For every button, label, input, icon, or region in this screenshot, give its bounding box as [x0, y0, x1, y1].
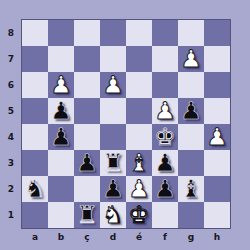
- rank-label-8: 8: [0, 20, 22, 46]
- square-e6[interactable]: [126, 72, 152, 98]
- square-g1[interactable]: [178, 202, 204, 228]
- rank-label-4: 4: [0, 124, 22, 150]
- square-b1[interactable]: [48, 202, 74, 228]
- square-f8[interactable]: [152, 20, 178, 46]
- square-a2[interactable]: ♞: [22, 176, 48, 202]
- black-pawn[interactable]: ♟: [48, 98, 74, 124]
- square-h3[interactable]: [204, 150, 230, 176]
- square-c7[interactable]: [74, 46, 100, 72]
- file-label-ç: ç: [74, 228, 100, 250]
- file-label-d: d: [100, 228, 126, 250]
- square-d3[interactable]: ♜: [100, 150, 126, 176]
- square-d5[interactable]: [100, 98, 126, 124]
- square-f2[interactable]: ♟: [152, 176, 178, 202]
- square-b5[interactable]: ♟: [48, 98, 74, 124]
- rank-label-6: 6: [0, 72, 22, 98]
- square-h5[interactable]: [204, 98, 230, 124]
- square-a6[interactable]: [22, 72, 48, 98]
- file-label-a: a: [22, 228, 48, 250]
- square-f7[interactable]: [152, 46, 178, 72]
- rank-label-2: 2: [0, 176, 22, 202]
- square-h7[interactable]: [204, 46, 230, 72]
- square-g8[interactable]: [178, 20, 204, 46]
- square-a7[interactable]: [22, 46, 48, 72]
- square-b2[interactable]: [48, 176, 74, 202]
- square-h6[interactable]: [204, 72, 230, 98]
- black-pawn[interactable]: ♟: [152, 176, 178, 202]
- black-pawn[interactable]: ♟: [178, 98, 204, 124]
- white-bishop[interactable]: ♝: [126, 150, 152, 176]
- file-label-f: f: [152, 228, 178, 250]
- square-c8[interactable]: [74, 20, 100, 46]
- black-pawn[interactable]: ♟: [152, 150, 178, 176]
- square-e8[interactable]: [126, 20, 152, 46]
- file-label-b: b: [48, 228, 74, 250]
- chess-board-frame: ♟♟♟♟♟♟♟♚♟♟♜♝♟♞♟♟♟♝♜♞♚ 87654321 abçdéfgh: [0, 0, 250, 250]
- white-king[interactable]: ♚: [126, 202, 152, 228]
- square-a3[interactable]: [22, 150, 48, 176]
- square-b8[interactable]: [48, 20, 74, 46]
- black-rook[interactable]: ♜: [74, 202, 100, 228]
- chess-board: ♟♟♟♟♟♟♟♚♟♟♜♝♟♞♟♟♟♝♜♞♚: [22, 20, 230, 228]
- square-g6[interactable]: [178, 72, 204, 98]
- file-label-é: é: [126, 228, 152, 250]
- square-a1[interactable]: [22, 202, 48, 228]
- white-pawn[interactable]: ♟: [48, 72, 74, 98]
- white-pawn[interactable]: ♟: [178, 46, 204, 72]
- square-b4[interactable]: ♟: [48, 124, 74, 150]
- black-knight[interactable]: ♞: [22, 176, 48, 202]
- rank-label-5: 5: [0, 98, 22, 124]
- file-labels: abçdéfgh: [22, 228, 230, 250]
- white-pawn[interactable]: ♟: [204, 124, 230, 150]
- square-h4[interactable]: ♟: [204, 124, 230, 150]
- rank-label-7: 7: [0, 46, 22, 72]
- square-b6[interactable]: ♟: [48, 72, 74, 98]
- square-g5[interactable]: ♟: [178, 98, 204, 124]
- white-knight[interactable]: ♞: [100, 202, 126, 228]
- square-e1[interactable]: ♚: [126, 202, 152, 228]
- black-pawn[interactable]: ♟: [74, 150, 100, 176]
- square-h8[interactable]: [204, 20, 230, 46]
- square-e2[interactable]: ♟: [126, 176, 152, 202]
- square-b3[interactable]: [48, 150, 74, 176]
- square-a8[interactable]: [22, 20, 48, 46]
- square-d7[interactable]: [100, 46, 126, 72]
- square-e5[interactable]: [126, 98, 152, 124]
- file-label-h: h: [204, 228, 230, 250]
- square-d6[interactable]: ♟: [100, 72, 126, 98]
- square-c3[interactable]: ♟: [74, 150, 100, 176]
- square-e3[interactable]: ♝: [126, 150, 152, 176]
- square-d8[interactable]: [100, 20, 126, 46]
- square-f4[interactable]: ♚: [152, 124, 178, 150]
- square-f3[interactable]: ♟: [152, 150, 178, 176]
- square-c5[interactable]: [74, 98, 100, 124]
- square-c2[interactable]: [74, 176, 100, 202]
- square-d2[interactable]: ♟: [100, 176, 126, 202]
- square-b7[interactable]: [48, 46, 74, 72]
- rank-label-3: 3: [0, 150, 22, 176]
- black-pawn[interactable]: ♟: [48, 124, 74, 150]
- square-g3[interactable]: [178, 150, 204, 176]
- square-a4[interactable]: [22, 124, 48, 150]
- rank-label-1: 1: [0, 202, 22, 228]
- square-h1[interactable]: [204, 202, 230, 228]
- white-pawn[interactable]: ♟: [126, 176, 152, 202]
- square-c4[interactable]: [74, 124, 100, 150]
- square-h2[interactable]: [204, 176, 230, 202]
- black-rook[interactable]: ♜: [100, 150, 126, 176]
- black-king[interactable]: ♚: [152, 124, 178, 150]
- square-e7[interactable]: [126, 46, 152, 72]
- black-bishop[interactable]: ♝: [178, 176, 204, 202]
- black-pawn[interactable]: ♟: [100, 176, 126, 202]
- square-f6[interactable]: [152, 72, 178, 98]
- white-pawn[interactable]: ♟: [100, 72, 126, 98]
- square-c1[interactable]: ♜: [74, 202, 100, 228]
- square-g7[interactable]: ♟: [178, 46, 204, 72]
- square-c6[interactable]: [74, 72, 100, 98]
- file-label-g: g: [178, 228, 204, 250]
- white-pawn[interactable]: ♟: [152, 98, 178, 124]
- square-e4[interactable]: [126, 124, 152, 150]
- square-f5[interactable]: ♟: [152, 98, 178, 124]
- square-d1[interactable]: ♞: [100, 202, 126, 228]
- rank-labels: 87654321: [0, 20, 22, 228]
- square-f1[interactable]: [152, 202, 178, 228]
- square-d4[interactable]: [100, 124, 126, 150]
- square-a5[interactable]: [22, 98, 48, 124]
- square-g4[interactable]: [178, 124, 204, 150]
- square-g2[interactable]: ♝: [178, 176, 204, 202]
